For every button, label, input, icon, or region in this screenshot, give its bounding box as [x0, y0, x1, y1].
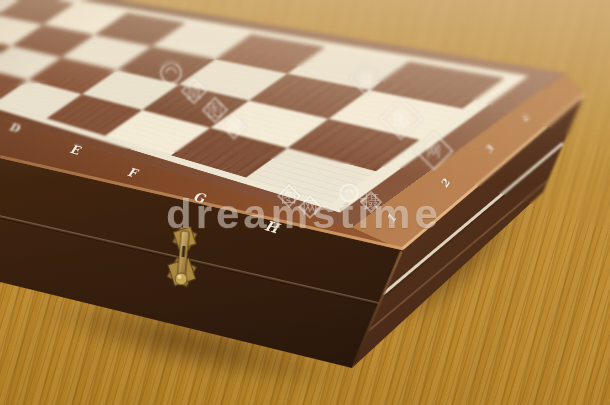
photo-scene: D E F G H 1 2 3 4	[0, 0, 610, 405]
top-haze-overlay	[0, 0, 610, 405]
